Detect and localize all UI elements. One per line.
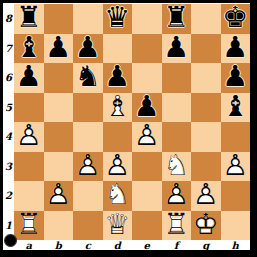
- square-f1[interactable]: ♜♖: [162, 211, 192, 241]
- black-pawn[interactable]: ♟︎: [162, 34, 192, 64]
- square-d8[interactable]: ♛: [103, 4, 133, 34]
- rank-label-4: 4: [3, 122, 14, 152]
- piece-outline-glyph: ♙: [14, 122, 44, 152]
- rank-labels: 87654321: [3, 4, 14, 240]
- piece-glyph: ♛: [103, 4, 133, 34]
- white-pawn[interactable]: ♟︎♙: [221, 152, 251, 182]
- black-knight[interactable]: ♞: [73, 63, 103, 93]
- board-area: 87654321 ♜♛♜♚♝♟︎♟︎♟︎♟︎♟︎♞♟︎♟︎♝♗♟︎♝♟︎♙♟︎♙…: [3, 3, 250, 250]
- square-e1[interactable]: [132, 211, 162, 241]
- white-pawn[interactable]: ♟︎♙: [132, 122, 162, 152]
- square-b1[interactable]: [44, 211, 74, 241]
- square-e3[interactable]: [132, 152, 162, 182]
- file-label-a: a: [14, 240, 44, 250]
- piece-outline-glyph: ♙: [132, 122, 162, 152]
- square-a6[interactable]: ♟︎: [14, 63, 44, 93]
- piece-glyph: ♟︎: [44, 34, 74, 64]
- file-label-c: c: [73, 240, 103, 250]
- square-e2[interactable]: [132, 181, 162, 211]
- file-label-g: g: [191, 240, 221, 250]
- square-h2[interactable]: [221, 181, 251, 211]
- rank-label-5: 5: [3, 93, 14, 123]
- square-g6[interactable]: [191, 63, 221, 93]
- file-label-d: d: [103, 240, 133, 250]
- file-label-b: b: [44, 240, 74, 250]
- piece-glyph: ♟︎: [14, 63, 44, 93]
- piece-outline-glyph: ♙: [44, 181, 74, 211]
- rank-label-7: 7: [3, 34, 14, 64]
- square-e7[interactable]: [132, 34, 162, 64]
- square-a3[interactable]: [14, 152, 44, 182]
- square-b6[interactable]: [44, 63, 74, 93]
- black-to-move-indicator: [4, 234, 17, 247]
- white-queen[interactable]: ♛♕: [103, 211, 133, 241]
- square-c2[interactable]: [73, 181, 103, 211]
- file-labels: abcdefgh: [14, 240, 250, 250]
- square-e4[interactable]: ♟︎♙: [132, 122, 162, 152]
- square-f5[interactable]: [162, 93, 192, 123]
- square-b5[interactable]: [44, 93, 74, 123]
- square-b2[interactable]: ♟︎♙: [44, 181, 74, 211]
- square-f6[interactable]: [162, 63, 192, 93]
- piece-outline-glyph: ♖: [162, 211, 192, 241]
- piece-outline-glyph: ♖: [14, 211, 44, 241]
- file-label-h: h: [221, 240, 251, 250]
- file-label-f: f: [162, 240, 192, 250]
- piece-outline-glyph: ♗: [103, 93, 133, 123]
- white-pawn[interactable]: ♟︎♙: [44, 181, 74, 211]
- piece-glyph: ♞: [73, 63, 103, 93]
- square-b4[interactable]: [44, 122, 74, 152]
- square-e8[interactable]: [132, 4, 162, 34]
- white-pawn[interactable]: ♟︎♙: [73, 152, 103, 182]
- chess-board[interactable]: ♜♛♜♚♝♟︎♟︎♟︎♟︎♟︎♞♟︎♟︎♝♗♟︎♝♟︎♙♟︎♙♟︎♙♟︎♙♞♘♟…: [14, 4, 250, 240]
- square-h3[interactable]: ♟︎♙: [221, 152, 251, 182]
- square-h1[interactable]: [221, 211, 251, 241]
- white-king[interactable]: ♚♔: [191, 211, 221, 241]
- square-c1[interactable]: [73, 211, 103, 241]
- square-g5[interactable]: [191, 93, 221, 123]
- piece-outline-glyph: ♙: [73, 152, 103, 182]
- piece-outline-glyph: ♙: [221, 152, 251, 182]
- square-a1[interactable]: ♜♖: [14, 211, 44, 241]
- square-g7[interactable]: [191, 34, 221, 64]
- square-c5[interactable]: [73, 93, 103, 123]
- square-d1[interactable]: ♛♕: [103, 211, 133, 241]
- white-pawn[interactable]: ♟︎♙: [14, 122, 44, 152]
- chess-diagram: 87654321 ♜♛♜♚♝♟︎♟︎♟︎♟︎♟︎♞♟︎♟︎♝♗♟︎♝♟︎♙♟︎♙…: [0, 0, 257, 257]
- square-g8[interactable]: [191, 4, 221, 34]
- square-a4[interactable]: ♟︎♙: [14, 122, 44, 152]
- square-b7[interactable]: ♟︎: [44, 34, 74, 64]
- square-g4[interactable]: [191, 122, 221, 152]
- black-bishop[interactable]: ♝: [221, 93, 251, 123]
- square-h5[interactable]: ♝: [221, 93, 251, 123]
- white-bishop[interactable]: ♝♗: [103, 93, 133, 123]
- white-rook[interactable]: ♜♖: [14, 211, 44, 241]
- rank-label-2: 2: [3, 181, 14, 211]
- square-g1[interactable]: ♚♔: [191, 211, 221, 241]
- piece-outline-glyph: ♕: [103, 211, 133, 241]
- square-c6[interactable]: ♞: [73, 63, 103, 93]
- black-pawn[interactable]: ♟︎: [44, 34, 74, 64]
- square-c3[interactable]: ♟︎♙: [73, 152, 103, 182]
- rank-label-3: 3: [3, 152, 14, 182]
- black-pawn[interactable]: ♟︎: [14, 63, 44, 93]
- square-d5[interactable]: ♝♗: [103, 93, 133, 123]
- black-queen[interactable]: ♛: [103, 4, 133, 34]
- square-f7[interactable]: ♟︎: [162, 34, 192, 64]
- white-rook[interactable]: ♜♖: [162, 211, 192, 241]
- piece-glyph: ♝: [221, 93, 251, 123]
- file-label-e: e: [132, 240, 162, 250]
- piece-glyph: ♟︎: [162, 34, 192, 64]
- rank-label-6: 6: [3, 63, 14, 93]
- rank-label-8: 8: [3, 4, 14, 34]
- piece-outline-glyph: ♔: [191, 211, 221, 241]
